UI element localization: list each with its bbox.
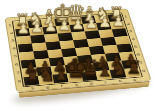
photo-backdrop: ♜♞♝♚♛♝♞♜♟♟♟♟♟♟♟♟♟♟♟♟♟♟♟♟♜♞♝♚♛♝♞♜ hgfedcb… (0, 0, 160, 111)
piece-white-pawn[interactable]: ♟ (11, 22, 37, 37)
board-grid: ♜♞♝♚♛♝♞♜♟♟♟♟♟♟♟♟♟♟♟♟♟♟♟♟♜♞♝♚♛♝♞♜ (14, 14, 141, 86)
square-h8[interactable]: ♜ (23, 76, 39, 86)
scene: ♜♞♝♚♛♝♞♜♟♟♟♟♟♟♟♟♟♟♟♟♟♟♟♟♜♞♝♚♛♝♞♜ hgfedcb… (10, 0, 140, 111)
piece-black-rook[interactable]: ♜ (19, 67, 46, 85)
chess-board: ♜♞♝♚♛♝♞♜♟♟♟♟♟♟♟♟♟♟♟♟♟♟♟♟♜♞♝♚♛♝♞♜ hgfedcb… (5, 9, 152, 93)
square-h2[interactable]: ♟ (15, 28, 30, 37)
